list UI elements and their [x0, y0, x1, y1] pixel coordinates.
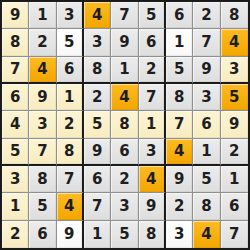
cell-r9c6[interactable]: 8 — [139, 221, 166, 248]
cell-r9c3[interactable]: 9 — [57, 221, 84, 248]
cell-r8c3[interactable]: 4 — [57, 193, 84, 220]
cell-r2c2[interactable]: 2 — [29, 29, 56, 56]
cell-r2c8[interactable]: 7 — [193, 29, 220, 56]
cell-r1c3[interactable]: 3 — [57, 2, 84, 29]
cell-r1c8[interactable]: 2 — [193, 2, 220, 29]
cell-r8c2[interactable]: 5 — [29, 193, 56, 220]
cell-r6c1[interactable]: 5 — [2, 139, 29, 166]
cell-r2c3[interactable]: 5 — [57, 29, 84, 56]
cell-r4c9[interactable]: 5 — [221, 84, 248, 111]
cell-r5c2[interactable]: 3 — [29, 111, 56, 138]
cell-r1c1[interactable]: 9 — [2, 2, 29, 29]
cell-r3c8[interactable]: 9 — [193, 57, 220, 84]
cell-r3c1[interactable]: 7 — [2, 57, 29, 84]
cell-r1c7[interactable]: 6 — [166, 2, 193, 29]
cell-r7c7[interactable]: 9 — [166, 166, 193, 193]
cell-r2c9[interactable]: 4 — [221, 29, 248, 56]
cell-r8c6[interactable]: 9 — [139, 193, 166, 220]
cell-r8c7[interactable]: 2 — [166, 193, 193, 220]
cell-r6c3[interactable]: 8 — [57, 139, 84, 166]
cell-r5c1[interactable]: 4 — [2, 111, 29, 138]
cell-r2c6[interactable]: 6 — [139, 29, 166, 56]
sudoku-grid: 9134756288253961747468125936912478354325… — [2, 2, 248, 248]
cell-r7c1[interactable]: 3 — [2, 166, 29, 193]
cell-r7c8[interactable]: 5 — [193, 166, 220, 193]
cell-r1c5[interactable]: 7 — [111, 2, 138, 29]
cell-r4c8[interactable]: 3 — [193, 84, 220, 111]
cell-r9c1[interactable]: 2 — [2, 221, 29, 248]
cell-r8c1[interactable]: 1 — [2, 193, 29, 220]
cell-r3c9[interactable]: 3 — [221, 57, 248, 84]
cell-r1c9[interactable]: 8 — [221, 2, 248, 29]
cell-r9c7[interactable]: 3 — [166, 221, 193, 248]
cell-r4c5[interactable]: 4 — [111, 84, 138, 111]
cell-r9c8[interactable]: 4 — [193, 221, 220, 248]
cell-r7c9[interactable]: 1 — [221, 166, 248, 193]
cell-r7c3[interactable]: 7 — [57, 166, 84, 193]
cell-r6c2[interactable]: 7 — [29, 139, 56, 166]
cell-r6c8[interactable]: 1 — [193, 139, 220, 166]
cell-r3c5[interactable]: 1 — [111, 57, 138, 84]
cell-r2c1[interactable]: 8 — [2, 29, 29, 56]
cell-r6c7[interactable]: 4 — [166, 139, 193, 166]
cell-r6c5[interactable]: 6 — [111, 139, 138, 166]
cell-r1c4[interactable]: 4 — [84, 2, 111, 29]
cell-r9c2[interactable]: 6 — [29, 221, 56, 248]
cell-r3c7[interactable]: 5 — [166, 57, 193, 84]
cell-r9c5[interactable]: 5 — [111, 221, 138, 248]
cell-r6c4[interactable]: 9 — [84, 139, 111, 166]
cell-r7c4[interactable]: 6 — [84, 166, 111, 193]
cell-r8c8[interactable]: 8 — [193, 193, 220, 220]
cell-r5c4[interactable]: 5 — [84, 111, 111, 138]
cell-r4c3[interactable]: 1 — [57, 84, 84, 111]
cell-r5c9[interactable]: 9 — [221, 111, 248, 138]
cell-r8c9[interactable]: 6 — [221, 193, 248, 220]
cell-r1c2[interactable]: 1 — [29, 2, 56, 29]
cell-r6c6[interactable]: 3 — [139, 139, 166, 166]
cell-r2c4[interactable]: 3 — [84, 29, 111, 56]
cell-r7c5[interactable]: 2 — [111, 166, 138, 193]
cell-r5c7[interactable]: 7 — [166, 111, 193, 138]
cell-r7c2[interactable]: 8 — [29, 166, 56, 193]
cell-r8c5[interactable]: 3 — [111, 193, 138, 220]
cell-r5c5[interactable]: 8 — [111, 111, 138, 138]
cell-r3c2[interactable]: 4 — [29, 57, 56, 84]
cell-r5c8[interactable]: 6 — [193, 111, 220, 138]
sudoku-board: 9134756288253961747468125936912478354325… — [0, 0, 250, 250]
cell-r4c4[interactable]: 2 — [84, 84, 111, 111]
cell-r4c7[interactable]: 8 — [166, 84, 193, 111]
cell-r3c6[interactable]: 2 — [139, 57, 166, 84]
cell-r3c3[interactable]: 6 — [57, 57, 84, 84]
cell-r4c1[interactable]: 6 — [2, 84, 29, 111]
cell-r9c4[interactable]: 1 — [84, 221, 111, 248]
cell-r9c9[interactable]: 7 — [221, 221, 248, 248]
cell-r2c5[interactable]: 9 — [111, 29, 138, 56]
cell-r2c7[interactable]: 1 — [166, 29, 193, 56]
cell-r3c4[interactable]: 8 — [84, 57, 111, 84]
cell-r4c6[interactable]: 7 — [139, 84, 166, 111]
cell-r4c2[interactable]: 9 — [29, 84, 56, 111]
cell-r6c9[interactable]: 2 — [221, 139, 248, 166]
cell-r1c6[interactable]: 5 — [139, 2, 166, 29]
cell-r5c6[interactable]: 1 — [139, 111, 166, 138]
cell-r8c4[interactable]: 7 — [84, 193, 111, 220]
cell-r7c6[interactable]: 4 — [139, 166, 166, 193]
cell-r5c3[interactable]: 2 — [57, 111, 84, 138]
